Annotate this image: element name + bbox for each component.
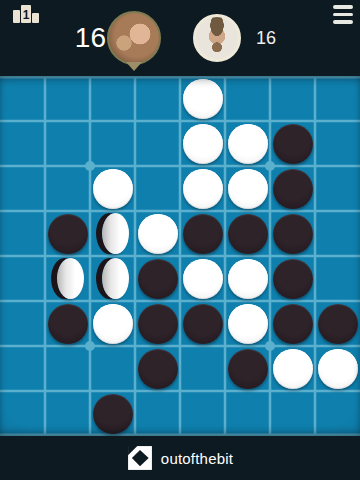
board-cell-r0c0[interactable] [0,76,45,121]
black-disc [138,259,178,299]
white-disc [228,169,268,209]
board-cell-r3c3[interactable] [135,211,180,256]
board-cell-r7c7[interactable] [315,391,360,436]
board-cell-r0c1[interactable] [45,76,90,121]
brand-label: outofthebit [161,450,233,467]
game-board [0,76,360,436]
black-disc [318,304,358,344]
board-cell-r4c4[interactable] [180,256,225,301]
board-cell-r6c5[interactable] [225,346,270,391]
white-disc [183,79,223,119]
white-disc [228,124,268,164]
board-cell-r3c0[interactable] [0,211,45,256]
black-disc [93,394,133,434]
board-cell-r2c7[interactable] [315,166,360,211]
board-cell-r4c1[interactable] [45,256,90,301]
board-cells [0,76,360,436]
white-disc [93,169,133,209]
board-cell-r3c6[interactable] [270,211,315,256]
board-cell-r5c6[interactable] [270,301,315,346]
board-cell-r2c0[interactable] [0,166,45,211]
black-disc [48,304,88,344]
board-cell-r2c4[interactable] [180,166,225,211]
board-cell-r7c1[interactable] [45,391,90,436]
board-cell-r1c1[interactable] [45,121,90,166]
black-disc [183,214,223,254]
white-disc [183,124,223,164]
black-disc [273,259,313,299]
black-disc [183,304,223,344]
board-cell-r3c1[interactable] [45,211,90,256]
board-cell-r2c2[interactable] [90,166,135,211]
board-cell-r6c3[interactable] [135,346,180,391]
board-cell-r7c6[interactable] [270,391,315,436]
white-disc-flipping [102,213,129,254]
top-bar: 1 16 16 [0,0,360,76]
board-cell-r4c6[interactable] [270,256,315,301]
podium-rank-label: 1 [23,8,30,22]
hamburger-menu-icon[interactable] [333,5,353,28]
board-cell-r3c7[interactable] [315,211,360,256]
board-cell-r7c4[interactable] [180,391,225,436]
board-cell-r2c3[interactable] [135,166,180,211]
board-cell-r4c2[interactable] [90,256,135,301]
black-disc [228,349,268,389]
board-cell-r3c5[interactable] [225,211,270,256]
board-cell-r1c3[interactable] [135,121,180,166]
outofthebit-logo-icon [127,445,153,471]
white-disc [318,349,358,389]
board-cell-r7c2[interactable] [90,391,135,436]
white-disc [93,304,133,344]
leaderboard-podium-icon[interactable]: 1 [13,5,39,23]
board-cell-r5c5[interactable] [225,301,270,346]
black-disc [138,304,178,344]
left-player-avatar[interactable] [107,11,161,65]
board-cell-r2c6[interactable] [270,166,315,211]
board-cell-r2c5[interactable] [225,166,270,211]
black-disc [273,304,313,344]
board-cell-r3c2[interactable] [90,211,135,256]
board-cell-r1c6[interactable] [270,121,315,166]
white-disc-flipping [57,258,84,299]
board-cell-r5c7[interactable] [315,301,360,346]
board-cell-r7c5[interactable] [225,391,270,436]
black-disc [138,349,178,389]
board-cell-r0c7[interactable] [315,76,360,121]
board-cell-r0c4[interactable] [180,76,225,121]
board-cell-r2c1[interactable] [45,166,90,211]
board-cell-r5c0[interactable] [0,301,45,346]
board-cell-r5c4[interactable] [180,301,225,346]
board-cell-r0c6[interactable] [270,76,315,121]
white-disc [138,214,178,254]
board-cell-r6c2[interactable] [90,346,135,391]
board-cell-r6c0[interactable] [0,346,45,391]
white-disc [228,259,268,299]
white-disc [183,169,223,209]
board-cell-r1c2[interactable] [90,121,135,166]
board-cell-r1c7[interactable] [315,121,360,166]
board-cell-r5c3[interactable] [135,301,180,346]
black-disc [228,214,268,254]
board-cell-r6c4[interactable] [180,346,225,391]
board-cell-r4c0[interactable] [0,256,45,301]
turn-indicator-triangle [126,62,142,71]
right-player-score: 16 [256,28,276,49]
white-disc-flipping [102,258,129,299]
board-cell-r5c1[interactable] [45,301,90,346]
board-cell-r3c4[interactable] [180,211,225,256]
white-disc [228,304,268,344]
black-disc [48,214,88,254]
left-player-score: 16 [64,22,106,54]
board-cell-r7c3[interactable] [135,391,180,436]
white-disc [273,349,313,389]
board-cell-r6c6[interactable] [270,346,315,391]
board-cell-r4c7[interactable] [315,256,360,301]
board-cell-r1c5[interactable] [225,121,270,166]
white-disc [183,259,223,299]
right-player-avatar[interactable] [193,14,241,62]
board-cell-r0c5[interactable] [225,76,270,121]
black-disc [273,214,313,254]
black-disc [273,124,313,164]
board-cell-r1c0[interactable] [0,121,45,166]
black-disc [273,169,313,209]
board-cell-r6c1[interactable] [45,346,90,391]
bottom-bar: outofthebit [0,436,360,480]
board-cell-r4c5[interactable] [225,256,270,301]
board-cell-r5c2[interactable] [90,301,135,346]
board-cell-r0c2[interactable] [90,76,135,121]
board-cell-r6c7[interactable] [315,346,360,391]
board-cell-r1c4[interactable] [180,121,225,166]
board-cell-r0c3[interactable] [135,76,180,121]
board-cell-r7c0[interactable] [0,391,45,436]
board-cell-r4c3[interactable] [135,256,180,301]
app-screen: 1 16 16 outofthebit [0,0,360,480]
